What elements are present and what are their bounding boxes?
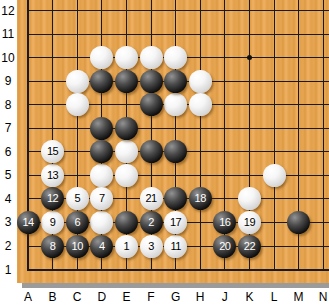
move-number: 19 [244,217,255,228]
row-label-11: 11 [2,27,14,41]
stone-black-M3[interactable] [287,211,310,234]
grid-line-vertical-H [200,0,201,271]
move-number: 22 [244,241,255,252]
stone-black-E9[interactable] [115,70,138,93]
column-label-M: M [294,290,304,304]
stone-white-H8[interactable] [189,93,212,116]
column-label-A: A [24,290,32,304]
stone-white-B3-move-9[interactable]: 9 [41,211,64,234]
stone-white-D10[interactable] [90,46,113,69]
grid-line-vertical-N [323,0,324,271]
move-number: 10 [72,241,83,252]
stone-white-C4-move-5[interactable]: 5 [66,187,89,210]
stone-white-D4-move-7[interactable]: 7 [90,187,113,210]
go-diagram-page: 12345678910111213141516171819202122 1234… [0,0,329,308]
stone-black-D2-move-4[interactable]: 4 [90,235,113,258]
stone-black-B2-move-8[interactable]: 8 [41,235,64,258]
row-label-10: 10 [1,51,14,65]
move-number: 21 [145,193,156,204]
stone-black-H4-move-18[interactable]: 18 [189,187,212,210]
board-drop-shadow [22,283,329,288]
row-label-3: 3 [5,215,12,229]
grid-line-horizontal-12 [27,10,329,11]
move-number: 11 [170,241,180,252]
stone-white-G10[interactable] [164,46,187,69]
row-label-2: 2 [5,239,12,253]
grid-line-horizontal-7 [27,128,329,129]
row-label-4: 4 [5,192,12,206]
move-number: 4 [99,241,105,252]
stone-white-F4-move-21[interactable]: 21 [140,187,163,210]
stone-white-F2-move-3[interactable]: 3 [140,235,163,258]
move-number: 8 [50,241,56,252]
column-label-C: C [73,290,82,304]
move-number: 6 [74,217,80,228]
row-label-7: 7 [5,121,12,135]
stone-black-K2-move-22[interactable]: 22 [238,235,261,258]
stone-white-C9[interactable] [66,70,89,93]
stone-white-K4[interactable] [238,187,261,210]
move-number: 3 [148,241,154,252]
stone-black-C2-move-10[interactable]: 10 [66,235,89,258]
grid-line-vertical-L [274,0,275,271]
row-label-8: 8 [5,98,12,112]
star-point-K10 [247,55,252,60]
column-label-G: G [171,290,180,304]
grid-line-horizontal-11 [27,34,329,35]
stone-white-E2-move-1[interactable]: 1 [115,235,138,258]
stone-black-D6[interactable] [90,140,113,163]
stone-white-F10[interactable] [140,46,163,69]
move-number: 18 [195,193,206,204]
column-label-E: E [122,290,130,304]
stone-white-D3[interactable] [90,211,113,234]
stone-white-H9[interactable] [189,70,212,93]
stone-black-F9[interactable] [140,70,163,93]
stone-black-G9[interactable] [164,70,187,93]
move-number: 9 [50,217,56,228]
stone-white-E10[interactable] [115,46,138,69]
move-number: 14 [22,217,33,228]
column-label-D: D [97,290,106,304]
row-label-6: 6 [5,145,12,159]
move-number: 13 [47,170,58,181]
stone-white-E6[interactable] [115,140,138,163]
stone-black-F3-move-2[interactable]: 2 [140,211,163,234]
column-label-H: H [196,290,205,304]
row-label-9: 9 [5,74,12,88]
stone-black-D9[interactable] [90,70,113,93]
stone-black-F6[interactable] [140,140,163,163]
move-number: 20 [219,241,230,252]
row-label-5: 5 [5,168,12,182]
stone-white-G3-move-17[interactable]: 17 [164,211,187,234]
stone-black-D7[interactable] [90,117,113,140]
stone-black-J3-move-16[interactable]: 16 [213,211,236,234]
go-board[interactable]: 12345678910111213141516171819202122 [17,0,329,283]
stone-black-J2-move-20[interactable]: 20 [213,235,236,258]
move-number: 7 [99,193,105,204]
stone-white-C8[interactable] [66,93,89,116]
column-label-F: F [147,290,154,304]
stone-black-G4[interactable] [164,187,187,210]
row-label-12: 12 [1,4,14,18]
stone-black-F8[interactable] [140,93,163,116]
move-number: 16 [219,217,230,228]
stone-black-E7[interactable] [115,117,138,140]
grid-line-horizontal-1 [27,269,329,271]
move-number: 12 [47,193,58,204]
stone-black-C3-move-6[interactable]: 6 [66,211,89,234]
stone-black-G6[interactable] [164,140,187,163]
move-number: 2 [148,217,154,228]
stone-black-E3[interactable] [115,211,138,234]
move-number: 15 [47,146,58,157]
stone-black-B4-move-12[interactable]: 12 [41,187,64,210]
row-label-1: 1 [5,263,12,277]
column-label-N: N [319,290,328,304]
move-number: 5 [74,193,80,204]
stone-white-K3-move-19[interactable]: 19 [238,211,261,234]
stone-white-D5[interactable] [90,164,113,187]
move-number: 17 [170,217,181,228]
column-label-B: B [49,290,57,304]
column-label-J: J [222,290,228,304]
move-number: 1 [124,241,130,252]
stone-white-G8[interactable] [164,93,187,116]
stone-white-G2-move-11[interactable]: 11 [164,235,187,258]
stone-white-L5[interactable] [263,164,286,187]
stone-white-B5-move-13[interactable]: 13 [41,164,64,187]
stone-white-E5[interactable] [115,164,138,187]
stone-white-B6-move-15[interactable]: 15 [41,140,64,163]
column-label-K: K [245,290,253,304]
column-label-L: L [271,290,278,304]
stone-black-A3-move-14[interactable]: 14 [17,211,40,234]
